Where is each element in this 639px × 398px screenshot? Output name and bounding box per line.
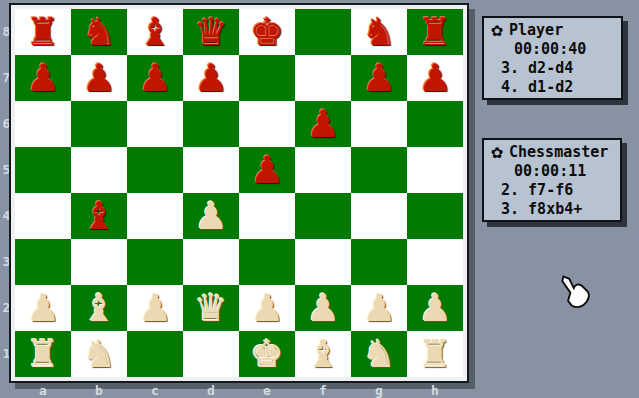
square-h6[interactable] [407, 101, 463, 147]
piece-white-pawn-h2[interactable]: ♟ [418, 285, 452, 331]
square-h7[interactable]: ♟ [407, 55, 463, 101]
square-f7[interactable] [295, 55, 351, 101]
square-c4[interactable] [127, 193, 183, 239]
square-c5[interactable] [127, 147, 183, 193]
chessmaster-panel-title: Chessmaster [509, 143, 608, 162]
piece-white-pawn-a2[interactable]: ♟ [26, 285, 60, 331]
piece-white-pawn-e2[interactable]: ♟ [250, 285, 284, 331]
square-a2[interactable]: ♟ [15, 285, 71, 331]
square-h2[interactable]: ♟ [407, 285, 463, 331]
square-e3[interactable] [239, 239, 295, 285]
piece-white-rook-h1[interactable]: ♜ [418, 331, 452, 377]
piece-white-king-e1[interactable]: ♚ [250, 331, 284, 377]
square-d5[interactable] [183, 147, 239, 193]
file-label-f: f [295, 383, 351, 398]
piece-white-pawn-d4[interactable]: ♟ [194, 193, 228, 239]
square-b1[interactable]: ♞ [71, 331, 127, 377]
square-a5[interactable] [15, 147, 71, 193]
square-c1[interactable] [127, 331, 183, 377]
piece-red-pawn-h7[interactable]: ♟ [418, 55, 452, 101]
file-label-c: c [127, 383, 183, 398]
piece-red-queen-d8[interactable]: ♛ [194, 9, 228, 55]
piece-white-pawn-g2[interactable]: ♟ [362, 285, 396, 331]
square-b3[interactable] [71, 239, 127, 285]
square-g4[interactable] [351, 193, 407, 239]
player-panel-title: Player [509, 21, 563, 40]
square-c2[interactable]: ♟ [127, 285, 183, 331]
piece-red-pawn-b7[interactable]: ♟ [82, 55, 116, 101]
piece-red-bishop-c8[interactable]: ♝ [138, 9, 172, 55]
piece-white-rook-a1[interactable]: ♜ [26, 331, 60, 377]
square-e5[interactable]: ♟ [239, 147, 295, 193]
square-d6[interactable] [183, 101, 239, 147]
square-f1[interactable]: ♝ [295, 331, 351, 377]
chessmaster-panel: ✿ Chessmaster 00:00:11 2. f7-f6 3. f8xb4… [482, 138, 622, 222]
player-panel: ✿ Player 00:00:40 3. d2-d4 4. d1-d2 [482, 16, 623, 100]
piece-red-pawn-f6[interactable]: ♟ [306, 101, 340, 147]
square-a6[interactable] [15, 101, 71, 147]
square-b8[interactable]: ♞ [71, 9, 127, 55]
file-label-e: e [239, 383, 295, 398]
chess-board-frame: ♜♞♝♛♚♞♜♟♟♟♟♟♟♟♟♝♟♟♝♟♛♟♟♟♟♜♞♚♝♞♜ [9, 3, 469, 383]
square-g7[interactable]: ♟ [351, 55, 407, 101]
piece-white-pawn-c2[interactable]: ♟ [138, 285, 172, 331]
square-c8[interactable]: ♝ [127, 9, 183, 55]
square-d8[interactable]: ♛ [183, 9, 239, 55]
chessmaster-clock: 00:00:11 [484, 162, 620, 181]
piece-red-pawn-a7[interactable]: ♟ [26, 55, 60, 101]
piece-red-knight-g8[interactable]: ♞ [362, 9, 396, 55]
piece-red-bishop-b4[interactable]: ♝ [82, 193, 116, 239]
square-f2[interactable]: ♟ [295, 285, 351, 331]
square-e7[interactable] [239, 55, 295, 101]
square-a8[interactable]: ♜ [15, 9, 71, 55]
square-a4[interactable] [15, 193, 71, 239]
chessmaster-move-1: 2. f7-f6 [484, 181, 620, 200]
square-b6[interactable] [71, 101, 127, 147]
square-c6[interactable] [127, 101, 183, 147]
square-d4[interactable]: ♟ [183, 193, 239, 239]
file-label-a: a [15, 383, 71, 398]
piece-white-bishop-f1[interactable]: ♝ [306, 331, 340, 377]
piece-red-rook-a8[interactable]: ♜ [26, 9, 60, 55]
hand-cursor-icon [560, 275, 590, 308]
square-h3[interactable] [407, 239, 463, 285]
square-b4[interactable]: ♝ [71, 193, 127, 239]
square-e2[interactable]: ♟ [239, 285, 295, 331]
square-g2[interactable]: ♟ [351, 285, 407, 331]
square-f8[interactable] [295, 9, 351, 55]
square-d1[interactable] [183, 331, 239, 377]
square-a7[interactable]: ♟ [15, 55, 71, 101]
piece-red-pawn-g7[interactable]: ♟ [362, 55, 396, 101]
piece-red-pawn-d7[interactable]: ♟ [194, 55, 228, 101]
square-b2[interactable]: ♝ [71, 285, 127, 331]
florette-icon: ✿ [488, 145, 506, 161]
chessmaster-game-screen: { "game": "chess", "position": { "fen": … [0, 0, 639, 398]
square-g8[interactable]: ♞ [351, 9, 407, 55]
piece-red-king-e8[interactable]: ♚ [250, 9, 284, 55]
square-d7[interactable]: ♟ [183, 55, 239, 101]
square-h5[interactable] [407, 147, 463, 193]
piece-red-knight-b8[interactable]: ♞ [82, 9, 116, 55]
piece-white-pawn-f2[interactable]: ♟ [306, 285, 340, 331]
square-e4[interactable] [239, 193, 295, 239]
file-label-b: b [71, 383, 127, 398]
piece-white-bishop-b2[interactable]: ♝ [82, 285, 116, 331]
file-label-h: h [407, 383, 463, 398]
square-a3[interactable] [15, 239, 71, 285]
square-e1[interactable]: ♚ [239, 331, 295, 377]
square-g5[interactable] [351, 147, 407, 193]
square-h1[interactable]: ♜ [407, 331, 463, 377]
square-a1[interactable]: ♜ [15, 331, 71, 377]
square-e8[interactable]: ♚ [239, 9, 295, 55]
piece-red-pawn-c7[interactable]: ♟ [138, 55, 172, 101]
player-move-2: 4. d1-d2 [484, 78, 621, 97]
square-g6[interactable] [351, 101, 407, 147]
player-move-1: 3. d2-d4 [484, 59, 621, 78]
piece-white-knight-g1[interactable]: ♞ [362, 331, 396, 377]
square-d3[interactable] [183, 239, 239, 285]
piece-red-pawn-e5[interactable]: ♟ [250, 147, 284, 193]
square-f3[interactable] [295, 239, 351, 285]
chessmaster-move-2: 3. f8xb4+ [484, 200, 620, 219]
piece-white-knight-b1[interactable]: ♞ [82, 331, 116, 377]
piece-white-queen-d2[interactable]: ♛ [194, 285, 228, 331]
square-h8[interactable]: ♜ [407, 9, 463, 55]
square-b5[interactable] [71, 147, 127, 193]
file-label-g: g [351, 383, 407, 398]
square-f5[interactable] [295, 147, 351, 193]
square-d2[interactable]: ♛ [183, 285, 239, 331]
square-g3[interactable] [351, 239, 407, 285]
piece-red-rook-h8[interactable]: ♜ [418, 9, 452, 55]
square-f6[interactable]: ♟ [295, 101, 351, 147]
square-f4[interactable] [295, 193, 351, 239]
square-g1[interactable]: ♞ [351, 331, 407, 377]
player-clock: 00:00:40 [484, 40, 621, 59]
chess-board: ♜♞♝♛♚♞♜♟♟♟♟♟♟♟♟♝♟♟♝♟♛♟♟♟♟♜♞♚♝♞♜ [15, 9, 463, 377]
florette-icon: ✿ [488, 23, 506, 39]
file-label-d: d [183, 383, 239, 398]
square-h4[interactable] [407, 193, 463, 239]
square-c7[interactable]: ♟ [127, 55, 183, 101]
square-e6[interactable] [239, 101, 295, 147]
square-c3[interactable] [127, 239, 183, 285]
square-b7[interactable]: ♟ [71, 55, 127, 101]
